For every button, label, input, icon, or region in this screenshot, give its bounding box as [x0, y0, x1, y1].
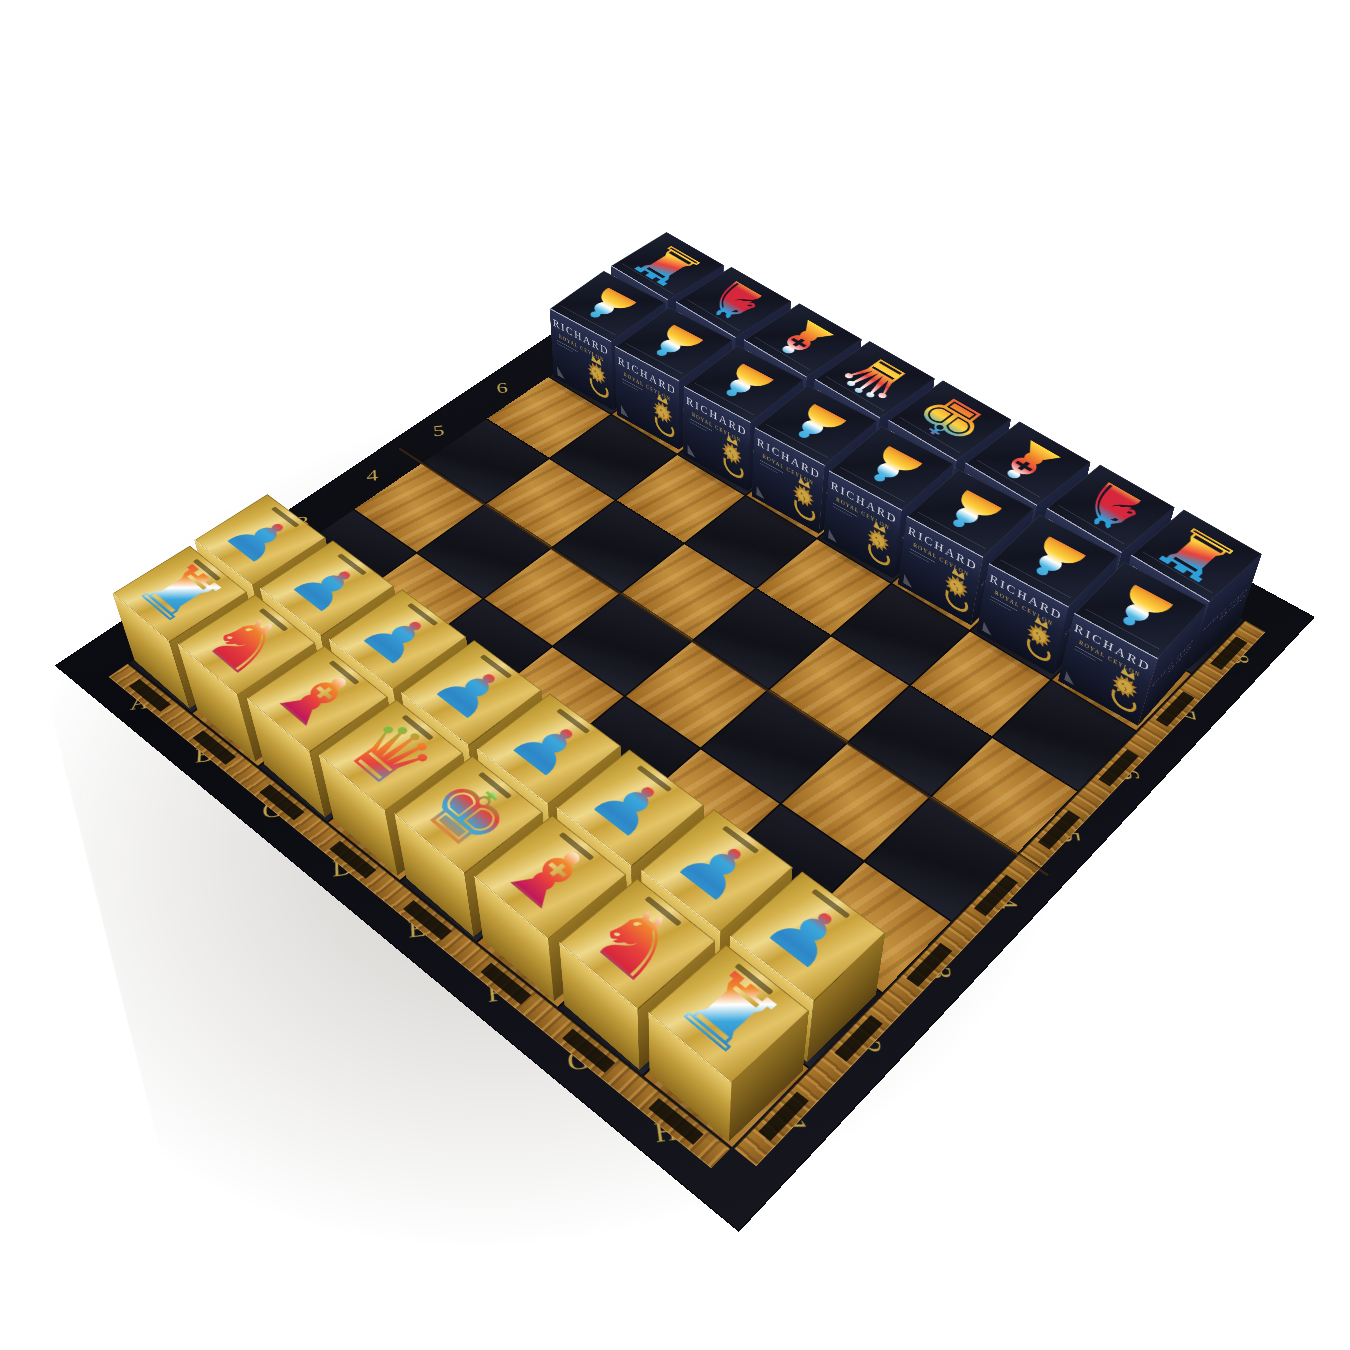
- square-f5[interactable]: [769, 637, 909, 742]
- coord-label: 7: [537, 319, 589, 376]
- coord-label: 4: [347, 443, 398, 509]
- coord-label: 6: [477, 358, 529, 418]
- coord-label: 5: [413, 400, 464, 463]
- scene: ABCDEFGH ABCDEFGH 87654321 87654321 ♜RIC…: [101, 101, 1249, 1249]
